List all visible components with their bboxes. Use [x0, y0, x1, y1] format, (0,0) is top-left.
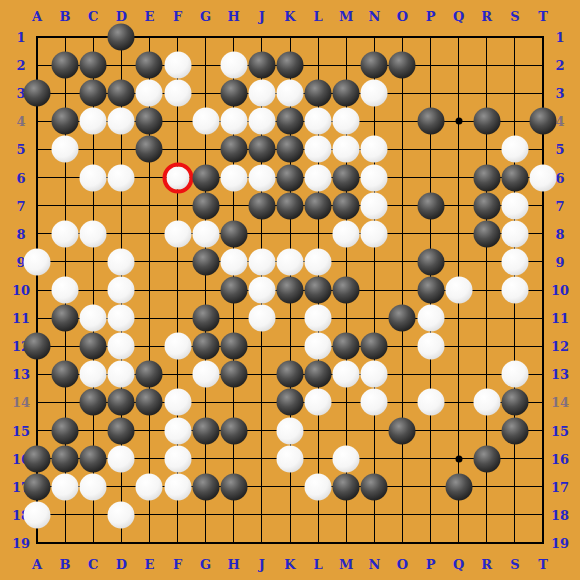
stone-black-d15	[108, 417, 135, 444]
stone-black-g17	[192, 473, 219, 500]
stone-black-o2	[389, 52, 416, 79]
stone-black-j7	[248, 192, 275, 219]
row-label-right-11: 11	[551, 312, 569, 325]
stone-black-a3	[24, 80, 51, 107]
stone-black-r8	[473, 220, 500, 247]
stone-black-l13	[305, 361, 332, 388]
stone-white-s5	[501, 136, 528, 163]
stone-white-j11	[248, 305, 275, 332]
col-label-bottom-r: R	[481, 558, 492, 571]
stone-white-f16	[164, 445, 191, 472]
stone-white-n14	[361, 389, 388, 416]
stone-white-h2	[220, 52, 247, 79]
stone-black-k13	[277, 361, 304, 388]
stone-black-e2	[136, 52, 163, 79]
row-label-right-19: 19	[551, 537, 569, 550]
row-label-left-7: 7	[16, 199, 25, 212]
stone-white-m5	[333, 136, 360, 163]
stone-black-g11	[192, 305, 219, 332]
stone-white-p12	[417, 333, 444, 360]
stone-white-s7	[501, 192, 528, 219]
stone-black-m3	[333, 80, 360, 107]
stone-white-n13	[361, 361, 388, 388]
stone-white-j6	[248, 164, 275, 191]
stone-white-j4	[248, 108, 275, 135]
stone-white-n8	[361, 220, 388, 247]
row-label-left-8: 8	[16, 227, 25, 240]
row-label-right-1: 1	[555, 31, 564, 44]
col-label-top-o: O	[397, 10, 408, 23]
row-label-right-15: 15	[551, 424, 569, 437]
stone-black-r4	[473, 108, 500, 135]
stone-black-h15	[220, 417, 247, 444]
star-point-q16	[455, 455, 462, 462]
stone-black-o15	[389, 417, 416, 444]
row-label-right-7: 7	[555, 199, 564, 212]
stone-black-a16	[24, 445, 51, 472]
stone-black-q17	[445, 473, 472, 500]
col-label-bottom-n: N	[368, 558, 380, 571]
stone-white-g13	[192, 361, 219, 388]
stone-black-j5	[248, 136, 275, 163]
col-label-bottom-d: D	[116, 558, 127, 571]
row-label-right-10: 10	[551, 284, 569, 297]
row-label-left-2: 2	[16, 59, 25, 72]
row-label-left-15: 15	[12, 424, 30, 437]
row-label-right-12: 12	[551, 340, 569, 353]
row-label-left-6: 6	[16, 171, 25, 184]
row-label-right-16: 16	[551, 452, 569, 465]
col-label-top-p: P	[426, 10, 436, 23]
stone-white-g4	[192, 108, 219, 135]
stone-white-l17	[305, 473, 332, 500]
stone-white-c8	[80, 220, 107, 247]
row-label-left-1: 1	[16, 31, 25, 44]
col-label-bottom-j: J	[259, 558, 265, 571]
stone-white-m4	[333, 108, 360, 135]
goban[interactable]: AABBCCDDEEFFGGHHJJKKLLMMNNOOPPQQRRSSTT11…	[0, 0, 580, 580]
stone-black-g15	[192, 417, 219, 444]
stone-black-c14	[80, 389, 107, 416]
stone-black-k4	[277, 108, 304, 135]
row-label-right-2: 2	[555, 59, 564, 72]
star-point-q4	[455, 118, 462, 125]
stone-white-l14	[305, 389, 332, 416]
stone-black-d1	[108, 24, 135, 51]
col-label-top-b: B	[60, 10, 71, 23]
stone-white-j10	[248, 277, 275, 304]
row-label-right-13: 13	[551, 368, 569, 381]
row-label-right-8: 8	[555, 227, 564, 240]
stone-white-h4	[220, 108, 247, 135]
col-label-top-e: E	[144, 10, 154, 23]
col-label-bottom-c: C	[88, 558, 98, 571]
stone-black-l10	[305, 277, 332, 304]
row-label-left-4: 4	[16, 115, 25, 128]
row-label-left-14: 14	[12, 396, 30, 409]
stone-black-p10	[417, 277, 444, 304]
stone-white-d11	[108, 305, 135, 332]
col-label-bottom-l: L	[314, 558, 323, 571]
stone-white-h6	[220, 164, 247, 191]
stone-white-l9	[305, 248, 332, 275]
grid-line-v	[374, 36, 375, 544]
stone-white-b10	[52, 277, 79, 304]
col-label-bottom-p: P	[426, 558, 436, 571]
stone-black-d14	[108, 389, 135, 416]
stone-white-f6-last-move	[162, 162, 193, 193]
row-label-right-3: 3	[555, 87, 564, 100]
stone-white-b17	[52, 473, 79, 500]
stone-white-f15	[164, 417, 191, 444]
stone-black-l7	[305, 192, 332, 219]
row-label-right-17: 17	[551, 480, 569, 493]
stone-white-t6	[530, 164, 557, 191]
stone-black-d3	[108, 80, 135, 107]
stone-white-d9	[108, 248, 135, 275]
stone-black-h17	[220, 473, 247, 500]
stone-black-e13	[136, 361, 163, 388]
col-label-top-j: J	[259, 10, 265, 23]
col-label-bottom-k: K	[284, 558, 295, 571]
stone-black-n12	[361, 333, 388, 360]
stone-white-n5	[361, 136, 388, 163]
stone-black-m10	[333, 277, 360, 304]
stone-white-j3	[248, 80, 275, 107]
stone-black-k2	[277, 52, 304, 79]
stone-black-g6	[192, 164, 219, 191]
stone-white-d13	[108, 361, 135, 388]
stone-white-c6	[80, 164, 107, 191]
stone-white-n7	[361, 192, 388, 219]
col-label-bottom-a: A	[32, 558, 42, 571]
stone-black-s15	[501, 417, 528, 444]
stone-black-h3	[220, 80, 247, 107]
stone-black-a17	[24, 473, 51, 500]
stone-black-h8	[220, 220, 247, 247]
stone-white-s13	[501, 361, 528, 388]
stone-white-d10	[108, 277, 135, 304]
stone-black-b11	[52, 305, 79, 332]
col-label-bottom-f: F	[173, 558, 182, 571]
stone-black-h5	[220, 136, 247, 163]
col-label-top-r: R	[481, 10, 492, 23]
col-label-top-n: N	[368, 10, 380, 23]
stone-black-b16	[52, 445, 79, 472]
stone-white-a18	[24, 501, 51, 528]
stone-white-s10	[501, 277, 528, 304]
stone-black-k14	[277, 389, 304, 416]
col-label-bottom-g: G	[200, 558, 211, 571]
stone-black-s6	[501, 164, 528, 191]
stone-black-n17	[361, 473, 388, 500]
stone-white-q10	[445, 277, 472, 304]
col-label-bottom-b: B	[60, 558, 71, 571]
stone-black-m12	[333, 333, 360, 360]
stone-black-b13	[52, 361, 79, 388]
stone-white-k15	[277, 417, 304, 444]
col-label-bottom-q: Q	[453, 558, 464, 571]
row-label-right-4: 4	[555, 115, 564, 128]
stone-white-h9	[220, 248, 247, 275]
stone-white-k16	[277, 445, 304, 472]
stone-white-c4	[80, 108, 107, 135]
grid-line-v	[402, 36, 403, 544]
stone-black-r6	[473, 164, 500, 191]
stone-white-c13	[80, 361, 107, 388]
stone-white-p14	[417, 389, 444, 416]
stone-black-b15	[52, 417, 79, 444]
stone-white-f2	[164, 52, 191, 79]
col-label-top-l: L	[314, 10, 323, 23]
stone-white-p11	[417, 305, 444, 332]
stone-black-b4	[52, 108, 79, 135]
stone-black-p9	[417, 248, 444, 275]
stone-white-k3	[277, 80, 304, 107]
stone-black-k5	[277, 136, 304, 163]
col-label-top-q: Q	[453, 10, 464, 23]
stone-black-l3	[305, 80, 332, 107]
stone-black-o11	[389, 305, 416, 332]
stone-white-f14	[164, 389, 191, 416]
stone-black-h10	[220, 277, 247, 304]
col-label-top-t: T	[538, 10, 548, 23]
stone-black-t4	[530, 108, 557, 135]
stone-white-s9	[501, 248, 528, 275]
stone-black-b2	[52, 52, 79, 79]
row-label-right-14: 14	[551, 396, 569, 409]
stone-white-n6	[361, 164, 388, 191]
col-label-bottom-e: E	[144, 558, 154, 571]
stone-white-l12	[305, 333, 332, 360]
stone-black-g7	[192, 192, 219, 219]
stone-black-c3	[80, 80, 107, 107]
stone-white-m16	[333, 445, 360, 472]
col-label-top-m: M	[339, 10, 353, 23]
col-label-bottom-m: M	[339, 558, 353, 571]
stone-white-f8	[164, 220, 191, 247]
stone-white-d18	[108, 501, 135, 528]
stone-black-h13	[220, 361, 247, 388]
stone-black-e4	[136, 108, 163, 135]
stone-white-b5	[52, 136, 79, 163]
stone-white-d4	[108, 108, 135, 135]
stone-black-g9	[192, 248, 219, 275]
stone-black-k6	[277, 164, 304, 191]
stone-white-a9	[24, 248, 51, 275]
stone-black-g12	[192, 333, 219, 360]
stone-white-m13	[333, 361, 360, 388]
col-label-bottom-s: S	[510, 558, 519, 571]
stone-black-m7	[333, 192, 360, 219]
stone-black-r7	[473, 192, 500, 219]
stone-white-e3	[136, 80, 163, 107]
stone-white-n3	[361, 80, 388, 107]
row-label-right-9: 9	[555, 255, 564, 268]
stone-white-j9	[248, 248, 275, 275]
stone-black-p7	[417, 192, 444, 219]
col-label-bottom-h: H	[228, 558, 240, 571]
col-label-top-g: G	[200, 10, 211, 23]
stone-black-h12	[220, 333, 247, 360]
stone-white-r14	[473, 389, 500, 416]
col-label-top-k: K	[284, 10, 295, 23]
row-label-right-6: 6	[555, 171, 564, 184]
col-label-bottom-t: T	[538, 558, 548, 571]
stone-white-c17	[80, 473, 107, 500]
stone-black-c16	[80, 445, 107, 472]
stone-white-m8	[333, 220, 360, 247]
stone-white-e17	[136, 473, 163, 500]
stone-black-n2	[361, 52, 388, 79]
stone-black-e5	[136, 136, 163, 163]
stone-white-b8	[52, 220, 79, 247]
stone-black-j2	[248, 52, 275, 79]
row-label-left-13: 13	[12, 368, 30, 381]
col-label-top-s: S	[510, 10, 519, 23]
stone-black-k10	[277, 277, 304, 304]
stone-black-c12	[80, 333, 107, 360]
col-label-top-f: F	[173, 10, 182, 23]
stone-white-g8	[192, 220, 219, 247]
stone-black-m6	[333, 164, 360, 191]
stone-black-a12	[24, 333, 51, 360]
stone-black-m17	[333, 473, 360, 500]
col-label-top-a: A	[32, 10, 42, 23]
col-label-top-c: C	[88, 10, 98, 23]
stone-white-l6	[305, 164, 332, 191]
stone-black-k7	[277, 192, 304, 219]
row-label-right-18: 18	[551, 508, 569, 521]
stone-white-c11	[80, 305, 107, 332]
col-label-top-h: H	[228, 10, 240, 23]
col-label-bottom-o: O	[397, 558, 408, 571]
stone-black-s14	[501, 389, 528, 416]
stone-black-p4	[417, 108, 444, 135]
stone-white-s8	[501, 220, 528, 247]
stone-white-k9	[277, 248, 304, 275]
stone-white-d6	[108, 164, 135, 191]
stone-black-c2	[80, 52, 107, 79]
grid-line-h	[36, 542, 544, 544]
stone-white-l11	[305, 305, 332, 332]
stone-black-r16	[473, 445, 500, 472]
col-label-top-d: D	[116, 10, 127, 23]
stone-black-e14	[136, 389, 163, 416]
stone-white-f17	[164, 473, 191, 500]
stone-white-l4	[305, 108, 332, 135]
row-label-left-11: 11	[12, 312, 30, 325]
stone-white-f12	[164, 333, 191, 360]
stone-white-l5	[305, 136, 332, 163]
row-label-right-5: 5	[555, 143, 564, 156]
row-label-left-19: 19	[12, 537, 30, 550]
stone-white-f3	[164, 80, 191, 107]
stone-white-d16	[108, 445, 135, 472]
stone-white-d12	[108, 333, 135, 360]
row-label-left-5: 5	[16, 143, 25, 156]
row-label-left-10: 10	[12, 284, 30, 297]
